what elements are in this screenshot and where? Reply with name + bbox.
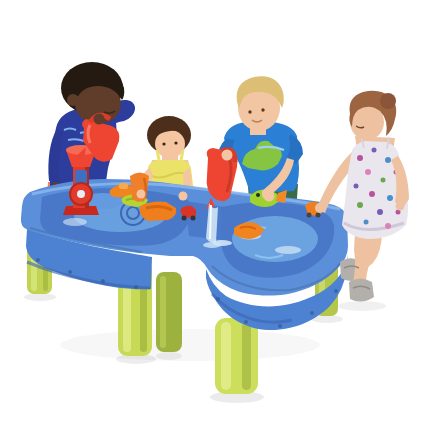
toddler-strap-right [181,150,183,160]
table-leg-rear-middle [156,272,182,352]
table-leg-front-center [215,318,258,394]
boy-blond-hand-right [264,191,275,202]
girl-right-sandal-front [349,279,374,302]
girl-right-hair-bun [380,93,396,109]
girl-right-hand-reaching [315,203,325,213]
toddler-eye-left [162,142,165,145]
toddler-hand-left [137,190,146,199]
toddler-face [155,130,185,158]
product-photo [0,0,430,430]
boy-blond-eye-left [248,110,251,113]
toddler-hand-right [179,192,188,201]
toddler-strap-left [157,150,159,160]
boy-left-ear [67,94,79,106]
boy-blond-hand-on-can [222,150,233,161]
girl-right-hand-side [396,202,405,211]
boy-blond-eye-right [261,108,264,111]
scene-illustration [0,0,430,430]
toddler-eye-right [174,141,177,144]
boy-left-hand-on-can [94,114,105,125]
